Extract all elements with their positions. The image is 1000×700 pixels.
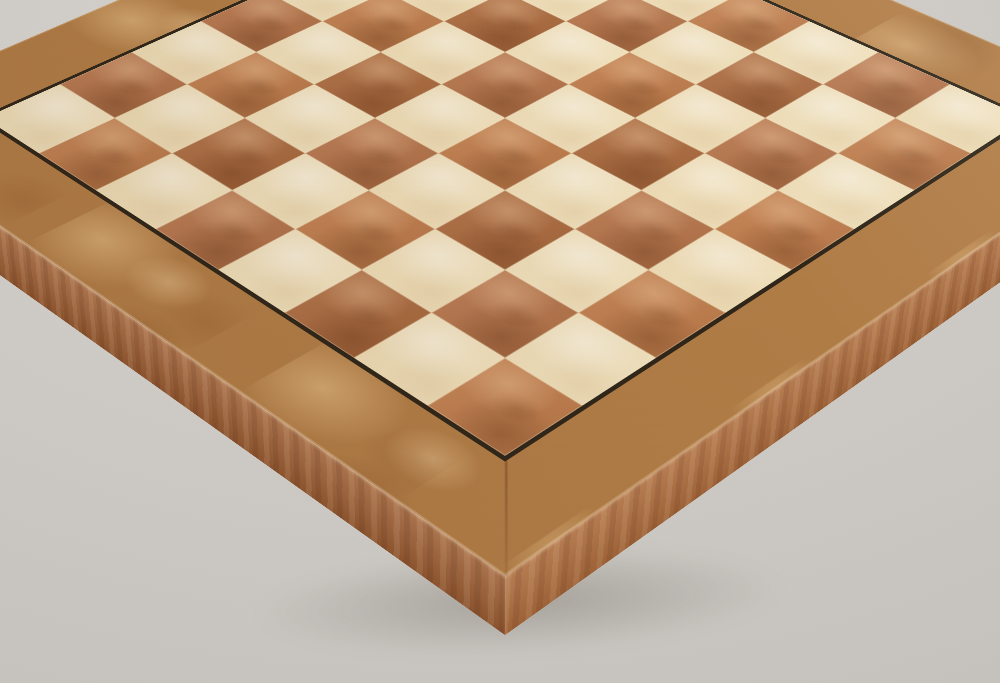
square-e2 [295,190,435,270]
square-c2 [172,118,305,190]
square-g2 [431,270,578,358]
square-c1 [96,153,232,229]
scene [0,0,1000,683]
square-g3 [505,229,648,313]
square-h4 [648,229,791,313]
square-d2 [232,153,368,229]
square-f1 [284,270,431,358]
chessboard [0,0,1000,576]
square-h3 [579,270,726,358]
square-b1 [39,118,172,190]
square-e3 [369,153,505,229]
square-h6 [778,153,914,229]
frame-mitre-seam [505,455,508,575]
square-f5 [572,118,705,190]
board-frame [0,0,1000,576]
square-d3 [305,118,438,190]
square-g6 [705,118,838,190]
square-e1 [218,229,361,313]
square-g5 [641,153,777,229]
square-h7 [838,118,971,190]
square-g1 [354,313,505,406]
square-h2 [505,313,656,406]
photo-background [0,0,1000,683]
square-h5 [715,190,855,270]
square-f4 [505,153,641,229]
square-d1 [156,190,296,270]
square-h1 [427,358,582,456]
square-f3 [435,190,575,270]
white-bottom-strip [0,683,1000,700]
square-e4 [438,118,571,190]
square-g4 [575,190,715,270]
square-f2 [362,229,505,313]
